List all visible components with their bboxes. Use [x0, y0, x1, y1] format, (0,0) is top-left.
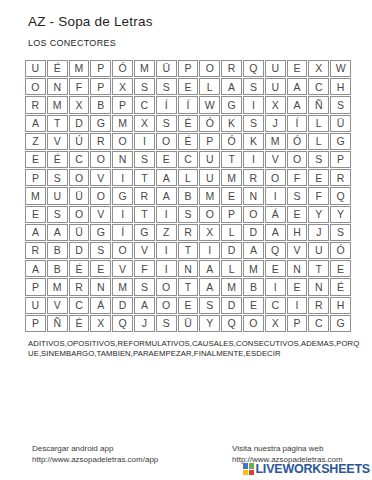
grid-cell[interactable]: X — [134, 115, 155, 132]
grid-cell[interactable]: P — [199, 133, 220, 150]
grid-cell[interactable]: O — [69, 169, 90, 186]
grid-cell[interactable]: O — [25, 78, 46, 95]
grid-cell[interactable]: Í — [287, 115, 308, 132]
grid-cell[interactable]: O — [156, 133, 177, 150]
grid-cell[interactable]: D — [112, 297, 133, 314]
grid-cell[interactable]: B — [243, 278, 264, 295]
grid-cell[interactable]: E — [287, 206, 308, 223]
grid-cell[interactable]: S — [156, 315, 177, 332]
grid-cell[interactable]: S — [156, 78, 177, 95]
grid-cell[interactable]: A — [25, 260, 46, 277]
grid-cell[interactable]: O — [112, 133, 133, 150]
grid-cell[interactable]: N — [243, 187, 264, 204]
grid-cell[interactable]: I — [112, 206, 133, 223]
grid-cell[interactable]: G — [134, 224, 155, 241]
grid-cell[interactable]: E — [221, 187, 242, 204]
grid-cell[interactable]: P — [25, 169, 46, 186]
grid-cell[interactable]: S — [47, 206, 68, 223]
grid-cell[interactable]: Ü — [156, 60, 177, 77]
grid-cell[interactable]: T — [134, 169, 155, 186]
download-app-url: http://www.azsopadeletras.com/app — [32, 455, 158, 466]
grid-cell[interactable]: H — [287, 224, 308, 241]
grid-cell[interactable]: Ó — [199, 115, 220, 132]
grid-cell[interactable]: Ó — [221, 133, 242, 150]
grid-cell[interactable]: I — [265, 278, 286, 295]
grid-cell[interactable]: T — [221, 151, 242, 168]
grid-cell[interactable]: G — [90, 224, 111, 241]
grid-cell[interactable]: C — [134, 96, 155, 113]
page-title: AZ - Sopa de Letras — [28, 14, 153, 29]
grid-cell[interactable]: S — [178, 206, 199, 223]
grid-cell[interactable]: Q — [112, 315, 133, 332]
grid-cell[interactable]: A — [243, 242, 264, 259]
grid-cell[interactable]: V — [47, 133, 68, 150]
grid-cell[interactable]: I — [243, 151, 264, 168]
word-list: ADITIVOS,OPOSITIVOS,REFORMULATIVOS,CAUSA… — [28, 339, 368, 359]
grid-cell[interactable]: O — [156, 278, 177, 295]
grid-cell[interactable]: E — [25, 151, 46, 168]
grid-cell[interactable]: N — [287, 260, 308, 277]
grid-cell[interactable]: B — [47, 242, 68, 259]
grid-cell[interactable]: Á — [90, 297, 111, 314]
grid-cell[interactable]: U — [25, 297, 46, 314]
grid-cell[interactable]: F — [134, 260, 155, 277]
grid-cell[interactable]: Ó — [330, 242, 351, 259]
grid-cell[interactable]: A — [156, 169, 177, 186]
grid-cell[interactable]: V — [265, 151, 286, 168]
worksheet-page: { "game": "word-search (sopa de letras)"… — [0, 0, 372, 480]
logo-color-square — [243, 463, 248, 469]
grid-cell[interactable]: K — [243, 133, 264, 150]
grid-cell[interactable]: R — [243, 169, 264, 186]
grid-cell[interactable]: Y — [199, 315, 220, 332]
grid-cell[interactable]: E — [243, 297, 264, 314]
grid-cell[interactable]: D — [243, 224, 264, 241]
grid-cell[interactable]: Á — [265, 206, 286, 223]
grid-cell[interactable]: G — [112, 187, 133, 204]
grid-cell[interactable]: Í — [112, 224, 133, 241]
grid-cell[interactable]: S — [243, 78, 264, 95]
grid-cell[interactable]: E — [287, 278, 308, 295]
grid-cell[interactable]: X — [199, 224, 220, 241]
grid-cell[interactable]: S — [134, 78, 155, 95]
grid-cell[interactable]: P — [25, 315, 46, 332]
grid-cell[interactable]: S — [199, 297, 220, 314]
grid-cell[interactable]: L — [221, 224, 242, 241]
grid-cell[interactable]: A — [287, 78, 308, 95]
grid-cell[interactable]: Q — [243, 60, 264, 77]
grid-cell[interactable]: X — [112, 78, 133, 95]
grid-cell[interactable]: R — [308, 297, 329, 314]
grid-cell[interactable]: B — [47, 260, 68, 277]
logo-color-square — [243, 470, 248, 476]
grid-cell[interactable]: P — [25, 278, 46, 295]
grid-cell[interactable]: M — [47, 96, 68, 113]
grid-cell[interactable]: O — [112, 242, 133, 259]
liveworksheets-logo[interactable]: LIVEWORKSHEETS — [243, 462, 370, 476]
grid-cell[interactable]: J — [134, 315, 155, 332]
grid-cell[interactable]: L — [199, 78, 220, 95]
grid-cell[interactable]: P — [178, 60, 199, 77]
grid-cell[interactable]: I — [112, 169, 133, 186]
grid-cell[interactable]: V — [47, 297, 68, 314]
grid-cell[interactable]: H — [330, 297, 351, 314]
grid-cell[interactable]: O — [243, 206, 264, 223]
grid-cell[interactable]: P — [287, 315, 308, 332]
grid-cell[interactable]: F — [308, 187, 329, 204]
grid-cell[interactable]: X — [308, 60, 329, 77]
grid-cell[interactable]: A — [47, 224, 68, 241]
grid-cell[interactable]: Ü — [69, 224, 90, 241]
grid-cell[interactable]: M — [134, 60, 155, 77]
grid-cell[interactable]: D — [69, 242, 90, 259]
grid-cell[interactable]: A — [265, 224, 286, 241]
grid-cell[interactable]: S — [330, 224, 351, 241]
grid-cell[interactable]: D — [221, 242, 242, 259]
grid-cell[interactable]: Q — [330, 187, 351, 204]
grid-cell[interactable]: A — [156, 187, 177, 204]
grid-cell[interactable]: M — [112, 278, 133, 295]
grid-cell[interactable]: I — [287, 297, 308, 314]
grid-cell[interactable]: R — [69, 278, 90, 295]
grid-cell[interactable]: K — [221, 115, 242, 132]
grid-cell[interactable]: E — [308, 169, 329, 186]
grid-cell[interactable]: N — [112, 151, 133, 168]
grid-cell[interactable]: R — [330, 169, 351, 186]
grid-cell[interactable]: S — [156, 115, 177, 132]
grid-cell[interactable]: S — [47, 169, 68, 186]
grid-cell[interactable]: S — [330, 96, 351, 113]
grid-cell[interactable]: U — [265, 78, 286, 95]
visit-web-label: Visita nuestra página web — [232, 444, 343, 455]
grid-cell[interactable]: A — [25, 224, 46, 241]
grid-cell[interactable]: Ú — [69, 133, 90, 150]
word-search-grid[interactable]: UÉMPÓMÜPORQUEXWONFPXSSELASUACHRMXBPCÍÍWG… — [25, 60, 351, 332]
grid-cell[interactable]: S — [287, 187, 308, 204]
grid-cell[interactable]: R — [221, 60, 242, 77]
grid-cell[interactable]: W — [199, 96, 220, 113]
grid-cell[interactable]: É — [69, 315, 90, 332]
grid-cell[interactable]: Z — [25, 133, 46, 150]
grid-cell[interactable]: P — [221, 206, 242, 223]
grid-cell[interactable]: G — [90, 115, 111, 132]
logo-color-square — [249, 463, 254, 469]
grid-cell[interactable]: B — [90, 96, 111, 113]
grid-cell[interactable]: O — [156, 297, 177, 314]
grid-cell[interactable]: F — [287, 169, 308, 186]
grid-cell[interactable]: Q — [265, 242, 286, 259]
grid-cell[interactable]: A — [199, 278, 220, 295]
grid-cell[interactable]: D — [69, 115, 90, 132]
grid-cell[interactable]: I — [156, 242, 177, 259]
grid-cell[interactable]: D — [221, 297, 242, 314]
grid-cell[interactable]: V — [287, 242, 308, 259]
grid-cell[interactable]: A — [25, 115, 46, 132]
grid-cell[interactable]: É — [47, 151, 68, 168]
grid-cell[interactable]: M — [47, 278, 68, 295]
logo-color-square — [249, 470, 254, 476]
grid-cell[interactable]: C — [308, 78, 329, 95]
grid-cell[interactable]: M — [69, 60, 90, 77]
grid-cell[interactable]: M — [25, 187, 46, 204]
grid-cell[interactable]: U — [47, 187, 68, 204]
grid-cell[interactable]: É — [69, 260, 90, 277]
grid-cell[interactable]: C — [69, 297, 90, 314]
grid-cell[interactable]: X — [265, 315, 286, 332]
grid-cell[interactable]: A — [199, 260, 220, 277]
grid-cell[interactable]: O — [287, 151, 308, 168]
grid-cell[interactable]: G — [221, 96, 242, 113]
liveworksheets-icon — [243, 463, 254, 475]
grid-cell[interactable]: M — [199, 187, 220, 204]
grid-cell[interactable]: S — [134, 151, 155, 168]
grid-cell[interactable]: N — [308, 278, 329, 295]
grid-cell[interactable]: V — [134, 242, 155, 259]
grid-cell[interactable]: Ü — [69, 187, 90, 204]
grid-cell[interactable]: I — [134, 133, 155, 150]
grid-cell[interactable]: O — [90, 187, 111, 204]
grid-cell[interactable]: E — [178, 297, 199, 314]
grid-cell[interactable]: Y — [330, 206, 351, 223]
grid-cell[interactable]: M — [221, 169, 242, 186]
grid-cell[interactable]: T — [178, 242, 199, 259]
grid-cell[interactable]: H — [330, 78, 351, 95]
grid-cell[interactable]: V — [90, 169, 111, 186]
grid-cell[interactable]: I — [199, 242, 220, 259]
grid-cell[interactable]: E — [156, 151, 177, 168]
grid-cell[interactable]: N — [178, 260, 199, 277]
grid-cell[interactable]: S — [90, 242, 111, 259]
grid-cell[interactable]: Ó — [112, 60, 133, 77]
grid-cell[interactable]: Ü — [330, 115, 351, 132]
grid-cell[interactable]: T — [308, 260, 329, 277]
grid-cell[interactable]: Í — [178, 96, 199, 113]
grid-cell[interactable]: S — [134, 278, 155, 295]
grid-cell[interactable]: I — [156, 260, 177, 277]
grid-cell[interactable]: E — [330, 260, 351, 277]
grid-cell[interactable]: Z — [156, 224, 177, 241]
grid-cell[interactable]: J — [265, 115, 286, 132]
grid-cell[interactable]: M — [221, 278, 242, 295]
grid-cell[interactable]: W — [330, 60, 351, 77]
grid-cell[interactable]: U — [25, 60, 46, 77]
grid-cell[interactable]: S — [243, 115, 264, 132]
word-list-line: ADITIVOS,OPOSITIVOS,REFORMULATIVOS,CAUSA… — [28, 339, 368, 349]
grid-cell[interactable]: T — [178, 278, 199, 295]
grid-cell[interactable]: A — [221, 78, 242, 95]
grid-cell[interactable]: E — [178, 78, 199, 95]
grid-cell[interactable]: E — [25, 206, 46, 223]
grid-cell[interactable]: Í — [156, 96, 177, 113]
grid-cell[interactable]: R — [134, 187, 155, 204]
grid-cell[interactable]: X — [69, 96, 90, 113]
grid-cell[interactable]: C — [69, 151, 90, 168]
grid-cell[interactable]: X — [265, 96, 286, 113]
grid-cell[interactable]: U — [199, 151, 220, 168]
grid-cell[interactable]: É — [330, 278, 351, 295]
liveworksheets-wordmark: LIVEWORKSHEETS — [255, 462, 370, 476]
grid-cell[interactable]: I — [265, 187, 286, 204]
grid-cell[interactable]: O — [265, 169, 286, 186]
grid-cell[interactable]: I — [243, 96, 264, 113]
grid-cell[interactable]: U — [265, 60, 286, 77]
grid-cell[interactable]: E — [265, 260, 286, 277]
grid-cell[interactable]: R — [25, 242, 46, 259]
grid-cell[interactable]: P — [112, 96, 133, 113]
grid-cell[interactable]: Ó — [287, 133, 308, 150]
puzzle-topic: LOS CONECTORES — [28, 38, 116, 48]
grid-cell[interactable]: R — [178, 224, 199, 241]
grid-cell[interactable]: O — [199, 60, 220, 77]
grid-cell[interactable]: O — [90, 151, 111, 168]
grid-cell[interactable]: T — [47, 115, 68, 132]
grid-cell[interactable]: X — [90, 315, 111, 332]
grid-cell[interactable]: G — [330, 315, 351, 332]
grid-cell[interactable]: B — [178, 187, 199, 204]
grid-cell[interactable]: U — [199, 169, 220, 186]
grid-cell[interactable]: N — [47, 78, 68, 95]
grid-cell[interactable]: S — [308, 151, 329, 168]
grid-cell[interactable]: I — [156, 206, 177, 223]
grid-cell[interactable]: R — [25, 96, 46, 113]
grid-cell[interactable]: L — [308, 115, 329, 132]
grid-cell[interactable]: L — [178, 169, 199, 186]
grid-cell[interactable]: A — [134, 297, 155, 314]
grid-cell[interactable]: F — [69, 78, 90, 95]
grid-cell[interactable]: T — [134, 206, 155, 223]
grid-cell[interactable]: L — [308, 133, 329, 150]
grid-cell[interactable]: U — [308, 242, 329, 259]
grid-cell[interactable]: P — [90, 78, 111, 95]
grid-cell[interactable]: E — [90, 260, 111, 277]
grid-cell[interactable]: É — [47, 60, 68, 77]
grid-cell[interactable]: Ñ — [308, 96, 329, 113]
grid-cell[interactable]: C — [178, 151, 199, 168]
grid-cell[interactable]: P — [90, 60, 111, 77]
grid-cell[interactable]: V — [90, 206, 111, 223]
grid-cell[interactable]: O — [199, 206, 220, 223]
grid-cell[interactable]: G — [330, 133, 351, 150]
grid-cell[interactable]: M — [243, 260, 264, 277]
footer-download: Descargar android app http://www.azsopad… — [32, 444, 158, 465]
download-app-label: Descargar android app — [32, 444, 158, 455]
grid-cell[interactable]: J — [308, 224, 329, 241]
grid-cell[interactable]: L — [221, 260, 242, 277]
grid-cell[interactable]: N — [90, 278, 111, 295]
grid-cell[interactable]: Ü — [178, 315, 199, 332]
grid-cell[interactable]: R — [90, 133, 111, 150]
grid-cell[interactable]: C — [308, 315, 329, 332]
grid-cell[interactable]: V — [112, 260, 133, 277]
grid-cell[interactable]: Q — [221, 315, 242, 332]
word-list-line: UE,SINEMBARGO,TAMBIEN,PARAEMPEZAR,FINALM… — [28, 349, 368, 359]
grid-cell[interactable]: C — [265, 297, 286, 314]
grid-cell[interactable]: É — [178, 115, 199, 132]
grid-cell[interactable]: Y — [308, 206, 329, 223]
grid-cell[interactable]: O — [243, 315, 264, 332]
grid-cell[interactable]: O — [69, 206, 90, 223]
grid-cell[interactable]: Ñ — [47, 315, 68, 332]
grid-cell[interactable]: P — [330, 151, 351, 168]
grid-cell[interactable]: A — [287, 96, 308, 113]
grid-cell[interactable]: M — [112, 115, 133, 132]
grid-cell[interactable]: M — [265, 133, 286, 150]
grid-cell[interactable]: E — [287, 60, 308, 77]
grid-cell[interactable]: É — [178, 133, 199, 150]
